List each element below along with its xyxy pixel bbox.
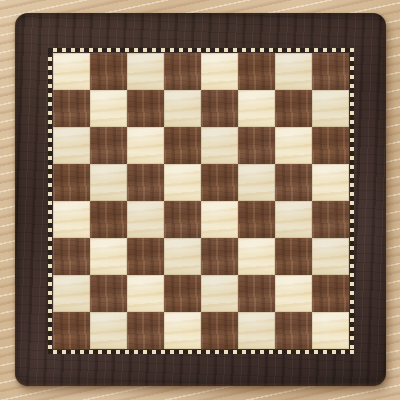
board-square[interactable] — [127, 53, 164, 90]
board-square[interactable] — [90, 164, 127, 201]
board-square[interactable] — [164, 312, 201, 349]
board-square[interactable] — [90, 127, 127, 164]
inlay-dash-top — [48, 48, 354, 52]
board-square[interactable] — [312, 164, 349, 201]
board-square[interactable] — [312, 201, 349, 238]
board-square[interactable] — [127, 238, 164, 275]
board-square[interactable] — [201, 275, 238, 312]
board-square[interactable] — [127, 275, 164, 312]
board-square[interactable] — [275, 90, 312, 127]
board-square[interactable] — [275, 312, 312, 349]
board-square[interactable] — [201, 53, 238, 90]
board-square[interactable] — [201, 201, 238, 238]
board-square[interactable] — [90, 312, 127, 349]
board-square[interactable] — [238, 312, 275, 349]
board-square[interactable] — [275, 53, 312, 90]
board-square[interactable] — [238, 127, 275, 164]
board-square[interactable] — [164, 238, 201, 275]
board-square[interactable] — [275, 275, 312, 312]
board-square[interactable] — [201, 312, 238, 349]
board-square[interactable] — [238, 275, 275, 312]
board-square[interactable] — [238, 90, 275, 127]
board-square[interactable] — [164, 127, 201, 164]
board-square[interactable] — [53, 312, 90, 349]
board-square[interactable] — [53, 90, 90, 127]
board-square[interactable] — [90, 201, 127, 238]
board-grid — [53, 53, 349, 349]
board-square[interactable] — [312, 90, 349, 127]
board-square[interactable] — [127, 90, 164, 127]
board-square[interactable] — [312, 238, 349, 275]
board-square[interactable] — [275, 238, 312, 275]
board-square[interactable] — [90, 238, 127, 275]
board-square[interactable] — [164, 90, 201, 127]
board-square[interactable] — [201, 127, 238, 164]
board-square[interactable] — [238, 201, 275, 238]
board-square[interactable] — [53, 164, 90, 201]
board-square[interactable] — [312, 53, 349, 90]
board-square[interactable] — [164, 164, 201, 201]
inlay-dash-left — [48, 52, 52, 350]
inlay-dash-bottom — [48, 350, 354, 354]
inlay-border — [48, 48, 354, 354]
board-square[interactable] — [312, 127, 349, 164]
board-square[interactable] — [90, 90, 127, 127]
board-square[interactable] — [201, 238, 238, 275]
board-square[interactable] — [275, 127, 312, 164]
board-square[interactable] — [53, 275, 90, 312]
table-surface — [0, 0, 400, 400]
board-square[interactable] — [127, 312, 164, 349]
board-square[interactable] — [127, 164, 164, 201]
board-square[interactable] — [164, 53, 201, 90]
board-square[interactable] — [53, 53, 90, 90]
board-square[interactable] — [53, 238, 90, 275]
inlay-dash-right — [350, 52, 354, 350]
board-square[interactable] — [201, 90, 238, 127]
board-square[interactable] — [312, 275, 349, 312]
board-square[interactable] — [312, 312, 349, 349]
board-square[interactable] — [164, 201, 201, 238]
board-square[interactable] — [53, 127, 90, 164]
board-square[interactable] — [201, 164, 238, 201]
board-square[interactable] — [275, 164, 312, 201]
chess-board — [15, 13, 386, 386]
board-square[interactable] — [275, 201, 312, 238]
board-square[interactable] — [238, 238, 275, 275]
board-square[interactable] — [53, 201, 90, 238]
board-square[interactable] — [164, 275, 201, 312]
board-square[interactable] — [238, 164, 275, 201]
board-square[interactable] — [127, 127, 164, 164]
board-square[interactable] — [238, 53, 275, 90]
board-square[interactable] — [127, 201, 164, 238]
board-square[interactable] — [90, 53, 127, 90]
board-square[interactable] — [90, 275, 127, 312]
